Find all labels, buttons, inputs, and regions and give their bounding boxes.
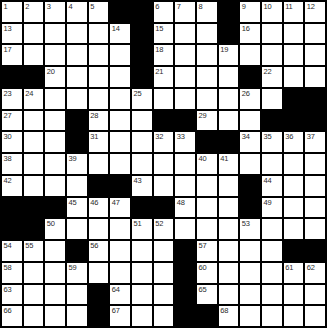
cell-r14c13[interactable] bbox=[262, 285, 282, 305]
cell-r14c6[interactable]: 64 bbox=[110, 285, 130, 305]
cell-r5c12[interactable]: 26 bbox=[240, 89, 260, 109]
clue-number: 61 bbox=[285, 263, 293, 272]
clue-number: 53 bbox=[242, 219, 250, 228]
cell-r5c7[interactable]: 25 bbox=[132, 89, 152, 109]
cell-r2c3[interactable] bbox=[45, 24, 65, 44]
clue-number: 36 bbox=[285, 132, 293, 141]
cell-r6c13 bbox=[262, 111, 282, 131]
cell-r4c6[interactable] bbox=[110, 67, 130, 87]
cell-r13c5[interactable] bbox=[89, 263, 109, 283]
cell-r1c1[interactable]: 1 bbox=[2, 2, 22, 22]
clue-number: 12 bbox=[307, 2, 315, 11]
clue-number: 18 bbox=[155, 45, 163, 54]
cell-r7c12[interactable]: 34 bbox=[240, 132, 260, 152]
cell-r2c15[interactable] bbox=[305, 24, 325, 44]
cell-r8c9[interactable] bbox=[175, 154, 195, 174]
cell-r5c5[interactable] bbox=[89, 89, 109, 109]
cell-r1c5[interactable]: 5 bbox=[89, 2, 109, 22]
cell-r9c12 bbox=[240, 176, 260, 196]
cell-r1c8[interactable]: 6 bbox=[154, 2, 174, 22]
cell-r14c7[interactable] bbox=[132, 285, 152, 305]
cell-r1c11 bbox=[219, 2, 239, 22]
cell-r9c10[interactable] bbox=[197, 176, 217, 196]
clue-number: 40 bbox=[198, 154, 206, 163]
cell-r10c6[interactable]: 47 bbox=[110, 198, 130, 218]
cell-r1c4[interactable]: 4 bbox=[67, 2, 87, 22]
cell-r15c9 bbox=[175, 306, 195, 326]
clue-number: 52 bbox=[155, 219, 163, 228]
cell-r7c9[interactable]: 33 bbox=[175, 132, 195, 152]
clue-number: 26 bbox=[242, 89, 250, 98]
cell-r1c14[interactable]: 11 bbox=[284, 2, 304, 22]
cell-r3c4[interactable] bbox=[67, 45, 87, 65]
cell-r15c14[interactable] bbox=[284, 306, 304, 326]
clue-number: 5 bbox=[90, 2, 94, 11]
clue-number: 15 bbox=[155, 24, 163, 33]
clue-number: 35 bbox=[263, 132, 271, 141]
cell-r13c6[interactable] bbox=[110, 263, 130, 283]
cell-r5c15 bbox=[305, 89, 325, 109]
cell-r12c12[interactable] bbox=[240, 241, 260, 261]
cell-r10c7 bbox=[132, 198, 152, 218]
clue-number: 27 bbox=[4, 111, 12, 120]
cell-r8c5[interactable] bbox=[89, 154, 109, 174]
cell-r2c11 bbox=[219, 24, 239, 44]
cell-r3c15[interactable] bbox=[305, 45, 325, 65]
cell-r8c7[interactable] bbox=[132, 154, 152, 174]
clue-number: 60 bbox=[198, 263, 206, 272]
clue-number: 51 bbox=[133, 219, 141, 228]
cell-r4c11[interactable] bbox=[219, 67, 239, 87]
cell-r9c4[interactable] bbox=[67, 176, 87, 196]
cell-r5c13[interactable] bbox=[262, 89, 282, 109]
clue-number: 10 bbox=[263, 2, 271, 11]
cell-r15c2[interactable] bbox=[24, 306, 44, 326]
cell-r6c15 bbox=[305, 111, 325, 131]
cell-r13c14[interactable]: 61 bbox=[284, 263, 304, 283]
cell-r6c6[interactable] bbox=[110, 111, 130, 131]
cell-r9c1[interactable]: 42 bbox=[2, 176, 22, 196]
cell-r15c12[interactable] bbox=[240, 306, 260, 326]
clue-number: 41 bbox=[220, 154, 228, 163]
cell-r11c9[interactable] bbox=[175, 219, 195, 239]
cell-r6c3[interactable] bbox=[45, 111, 65, 131]
clue-number: 3 bbox=[47, 2, 51, 11]
clue-number: 2 bbox=[25, 2, 29, 11]
cell-r11c8[interactable]: 52 bbox=[154, 219, 174, 239]
cell-r7c15[interactable]: 37 bbox=[305, 132, 325, 152]
clue-number: 11 bbox=[285, 2, 292, 11]
cell-r2c14[interactable] bbox=[284, 24, 304, 44]
cell-r5c4[interactable] bbox=[67, 89, 87, 109]
cell-r11c12[interactable]: 53 bbox=[240, 219, 260, 239]
cell-r2c10[interactable] bbox=[197, 24, 217, 44]
cell-r13c7[interactable] bbox=[132, 263, 152, 283]
clue-number: 8 bbox=[198, 2, 202, 11]
cell-r9c3[interactable] bbox=[45, 176, 65, 196]
cell-r3c9[interactable] bbox=[175, 45, 195, 65]
clue-number: 43 bbox=[133, 176, 141, 185]
cell-r13c8[interactable] bbox=[154, 263, 174, 283]
cell-r3c1[interactable]: 17 bbox=[2, 45, 22, 65]
clue-number: 32 bbox=[155, 132, 163, 141]
cell-r12c13[interactable] bbox=[262, 241, 282, 261]
cell-r6c9 bbox=[175, 111, 195, 131]
cell-r4c10[interactable] bbox=[197, 67, 217, 87]
cell-r1c13[interactable]: 10 bbox=[262, 2, 282, 22]
cell-r7c7[interactable] bbox=[132, 132, 152, 152]
clue-number: 50 bbox=[47, 219, 55, 228]
clue-number: 31 bbox=[90, 132, 98, 141]
cell-r15c13[interactable] bbox=[262, 306, 282, 326]
cell-r2c12[interactable]: 16 bbox=[240, 24, 260, 44]
cell-r2c1[interactable]: 13 bbox=[2, 24, 22, 44]
cell-r1c3[interactable]: 3 bbox=[45, 2, 65, 22]
cell-r8c2[interactable] bbox=[24, 154, 44, 174]
cell-r6c5[interactable]: 28 bbox=[89, 111, 109, 131]
cell-r12c3[interactable] bbox=[45, 241, 65, 261]
cell-r11c13[interactable] bbox=[262, 219, 282, 239]
clue-number: 20 bbox=[47, 67, 55, 76]
clue-number: 58 bbox=[4, 263, 12, 272]
cell-r8c4[interactable]: 39 bbox=[67, 154, 87, 174]
cell-r4c1 bbox=[2, 67, 22, 87]
cell-r3c14[interactable] bbox=[284, 45, 304, 65]
cell-r15c1[interactable]: 66 bbox=[2, 306, 22, 326]
clue-number: 48 bbox=[177, 198, 185, 207]
cell-r10c12 bbox=[240, 198, 260, 218]
cell-r1c6 bbox=[110, 2, 130, 22]
cell-r4c4[interactable] bbox=[67, 67, 87, 87]
clue-number: 62 bbox=[307, 263, 315, 272]
cell-r12c8[interactable] bbox=[154, 241, 174, 261]
clue-number: 25 bbox=[133, 89, 141, 98]
cell-r8c15[interactable] bbox=[305, 154, 325, 174]
cell-r2c4[interactable] bbox=[67, 24, 87, 44]
cell-r11c2 bbox=[24, 219, 44, 239]
cell-r10c1 bbox=[2, 198, 22, 218]
cell-r5c11[interactable] bbox=[219, 89, 239, 109]
cell-r9c7[interactable]: 43 bbox=[132, 176, 152, 196]
cell-r7c2[interactable] bbox=[24, 132, 44, 152]
clue-number: 13 bbox=[4, 24, 12, 33]
cell-r9c13[interactable]: 44 bbox=[262, 176, 282, 196]
cell-r4c7 bbox=[132, 67, 152, 87]
cell-r2c13[interactable] bbox=[262, 24, 282, 44]
cell-r8c12[interactable] bbox=[240, 154, 260, 174]
clue-number: 28 bbox=[90, 111, 98, 120]
cell-r12c1[interactable]: 54 bbox=[2, 241, 22, 261]
cell-r12c2[interactable]: 55 bbox=[24, 241, 44, 261]
cell-r14c9 bbox=[175, 285, 195, 305]
cell-r15c7[interactable] bbox=[132, 306, 152, 326]
cell-r4c8[interactable]: 21 bbox=[154, 67, 174, 87]
cell-r4c12 bbox=[240, 67, 260, 87]
clue-number: 45 bbox=[68, 198, 76, 207]
clue-number: 42 bbox=[4, 176, 12, 185]
cell-r3c13[interactable] bbox=[262, 45, 282, 65]
cell-r7c3[interactable] bbox=[45, 132, 65, 152]
cell-r1c15[interactable]: 12 bbox=[305, 2, 325, 22]
cell-r2c7 bbox=[132, 24, 152, 44]
cell-r2c5[interactable] bbox=[89, 24, 109, 44]
cell-r10c4[interactable]: 45 bbox=[67, 198, 87, 218]
cell-r15c10 bbox=[197, 306, 217, 326]
cell-r14c12[interactable] bbox=[240, 285, 260, 305]
cell-r5c8[interactable] bbox=[154, 89, 174, 109]
cell-r1c7 bbox=[132, 2, 152, 22]
cell-r7c14[interactable]: 36 bbox=[284, 132, 304, 152]
cell-r5c6[interactable] bbox=[110, 89, 130, 109]
cell-r13c4[interactable]: 59 bbox=[67, 263, 87, 283]
clue-number: 39 bbox=[68, 154, 76, 163]
cell-r11c7[interactable]: 51 bbox=[132, 219, 152, 239]
cell-r7c8[interactable]: 32 bbox=[154, 132, 174, 152]
cell-r8c1[interactable]: 38 bbox=[2, 154, 22, 174]
clue-number: 65 bbox=[198, 285, 206, 294]
clue-number: 47 bbox=[112, 198, 120, 207]
clue-number: 57 bbox=[198, 241, 206, 250]
cell-r9c14[interactable] bbox=[284, 176, 304, 196]
cell-r14c4[interactable] bbox=[67, 285, 87, 305]
cell-r11c14[interactable] bbox=[284, 219, 304, 239]
cell-r13c11[interactable] bbox=[219, 263, 239, 283]
clue-number: 56 bbox=[90, 241, 98, 250]
cell-r5c14 bbox=[284, 89, 304, 109]
cell-r3c8[interactable]: 18 bbox=[154, 45, 174, 65]
cell-r7c1[interactable]: 30 bbox=[2, 132, 22, 152]
clue-number: 33 bbox=[177, 132, 185, 141]
cell-r3c10[interactable] bbox=[197, 45, 217, 65]
clue-number: 21 bbox=[155, 67, 163, 76]
cell-r9c11[interactable] bbox=[219, 176, 239, 196]
cell-r5c10[interactable] bbox=[197, 89, 217, 109]
clue-number: 6 bbox=[155, 2, 159, 11]
cell-r11c3[interactable]: 50 bbox=[45, 219, 65, 239]
clue-number: 59 bbox=[68, 263, 76, 272]
cell-r6c7[interactable] bbox=[132, 111, 152, 131]
cell-r5c2[interactable]: 24 bbox=[24, 89, 44, 109]
cell-r8c3[interactable] bbox=[45, 154, 65, 174]
cell-r13c13[interactable] bbox=[262, 263, 282, 283]
cell-r13c12[interactable] bbox=[240, 263, 260, 283]
cell-r1c12[interactable]: 9 bbox=[240, 2, 260, 22]
clue-number: 16 bbox=[242, 24, 250, 33]
clue-number: 46 bbox=[90, 198, 98, 207]
cell-r11c4[interactable] bbox=[67, 219, 87, 239]
clue-number: 9 bbox=[242, 2, 246, 11]
cell-r8c13[interactable] bbox=[262, 154, 282, 174]
cell-r12c11[interactable] bbox=[219, 241, 239, 261]
cell-r8c10[interactable]: 40 bbox=[197, 154, 217, 174]
cell-r15c8[interactable] bbox=[154, 306, 174, 326]
cell-r9c9[interactable] bbox=[175, 176, 195, 196]
cell-r14c3[interactable] bbox=[45, 285, 65, 305]
cell-r12c10[interactable]: 57 bbox=[197, 241, 217, 261]
clue-number: 34 bbox=[242, 132, 250, 141]
cell-r13c1[interactable]: 58 bbox=[2, 263, 22, 283]
cell-r4c15[interactable] bbox=[305, 67, 325, 87]
cell-r9c15[interactable] bbox=[305, 176, 325, 196]
cell-r14c14[interactable] bbox=[284, 285, 304, 305]
cell-r7c13[interactable]: 35 bbox=[262, 132, 282, 152]
clue-number: 22 bbox=[263, 67, 271, 76]
cell-r11c5[interactable] bbox=[89, 219, 109, 239]
cell-r4c9[interactable] bbox=[175, 67, 195, 87]
cell-r9c6 bbox=[110, 176, 130, 196]
clue-number: 19 bbox=[220, 45, 228, 54]
clue-number: 29 bbox=[198, 111, 206, 120]
cell-r2c9[interactable] bbox=[175, 24, 195, 44]
cell-r6c4 bbox=[67, 111, 87, 131]
cell-r8c14[interactable] bbox=[284, 154, 304, 174]
cell-r4c5[interactable] bbox=[89, 67, 109, 87]
cell-r12c9 bbox=[175, 241, 195, 261]
cell-r12c6[interactable] bbox=[110, 241, 130, 261]
cell-r1c10[interactable]: 8 bbox=[197, 2, 217, 22]
cell-r10c15[interactable] bbox=[305, 198, 325, 218]
cell-r15c5 bbox=[89, 306, 109, 326]
cell-r3c6[interactable] bbox=[110, 45, 130, 65]
cell-r14c1[interactable]: 63 bbox=[2, 285, 22, 305]
clue-number: 37 bbox=[307, 132, 315, 141]
cell-r6c11[interactable] bbox=[219, 111, 239, 131]
cell-r14c5 bbox=[89, 285, 109, 305]
cell-r2c2[interactable] bbox=[24, 24, 44, 44]
cell-r12c15 bbox=[305, 241, 325, 261]
clue-number: 49 bbox=[263, 198, 271, 207]
cell-r8c6[interactable] bbox=[110, 154, 130, 174]
clue-number: 38 bbox=[4, 154, 12, 163]
cell-r6c10[interactable]: 29 bbox=[197, 111, 217, 131]
cell-r7c10 bbox=[197, 132, 217, 152]
cell-r8c8[interactable] bbox=[154, 154, 174, 174]
cell-r5c1[interactable]: 23 bbox=[2, 89, 22, 109]
cell-r7c4 bbox=[67, 132, 87, 152]
cell-r3c7 bbox=[132, 45, 152, 65]
cell-r2c8[interactable]: 15 bbox=[154, 24, 174, 44]
cell-r12c7[interactable] bbox=[132, 241, 152, 261]
cell-r4c3[interactable]: 20 bbox=[45, 67, 65, 87]
cell-r1c2[interactable]: 2 bbox=[24, 2, 44, 22]
cell-r14c8[interactable] bbox=[154, 285, 174, 305]
cell-r15c6[interactable]: 67 bbox=[110, 306, 130, 326]
cell-r10c11[interactable] bbox=[219, 198, 239, 218]
cell-r10c2 bbox=[24, 198, 44, 218]
cell-r6c1[interactable]: 27 bbox=[2, 111, 22, 131]
clue-number: 1 bbox=[4, 2, 8, 11]
cell-r10c9[interactable]: 48 bbox=[175, 198, 195, 218]
crossword-grid: 1234567891011121314151617181920212223242… bbox=[0, 0, 327, 328]
cell-r14c2[interactable] bbox=[24, 285, 44, 305]
cell-r2c6[interactable]: 14 bbox=[110, 24, 130, 44]
cell-r11c11[interactable] bbox=[219, 219, 239, 239]
cell-r6c2[interactable] bbox=[24, 111, 44, 131]
cell-r11c15[interactable] bbox=[305, 219, 325, 239]
cell-r3c5[interactable] bbox=[89, 45, 109, 65]
clue-number: 44 bbox=[263, 176, 271, 185]
clue-number: 7 bbox=[177, 2, 181, 11]
cell-r7c11 bbox=[219, 132, 239, 152]
cell-r9c8[interactable] bbox=[154, 176, 174, 196]
cell-r15c3[interactable] bbox=[45, 306, 65, 326]
cell-r15c4[interactable] bbox=[67, 306, 87, 326]
clue-number: 17 bbox=[4, 45, 12, 54]
cell-r4c14[interactable] bbox=[284, 67, 304, 87]
clue-number: 64 bbox=[112, 285, 120, 294]
cell-r11c6[interactable] bbox=[110, 219, 130, 239]
cell-r9c2[interactable] bbox=[24, 176, 44, 196]
cell-r4c2 bbox=[24, 67, 44, 87]
clue-number: 23 bbox=[4, 89, 12, 98]
cell-r6c8 bbox=[154, 111, 174, 131]
clue-number: 66 bbox=[4, 306, 12, 315]
cell-r13c15[interactable]: 62 bbox=[305, 263, 325, 283]
cell-r12c14 bbox=[284, 241, 304, 261]
clue-number: 68 bbox=[220, 306, 228, 315]
cell-r3c3[interactable] bbox=[45, 45, 65, 65]
cell-r10c8 bbox=[154, 198, 174, 218]
cell-r15c11[interactable]: 68 bbox=[219, 306, 239, 326]
clue-number: 30 bbox=[4, 132, 12, 141]
cell-r3c12[interactable] bbox=[240, 45, 260, 65]
clue-number: 55 bbox=[25, 241, 33, 250]
cell-r5c9[interactable] bbox=[175, 89, 195, 109]
cell-r3c2[interactable] bbox=[24, 45, 44, 65]
cell-r10c13[interactable]: 49 bbox=[262, 198, 282, 218]
cell-r12c5[interactable]: 56 bbox=[89, 241, 109, 261]
clue-number: 54 bbox=[4, 241, 12, 250]
cell-r12c4 bbox=[67, 241, 87, 261]
cell-r14c15[interactable] bbox=[305, 285, 325, 305]
cell-r14c11[interactable] bbox=[219, 285, 239, 305]
cell-r11c1 bbox=[2, 219, 22, 239]
cell-r7c5[interactable]: 31 bbox=[89, 132, 109, 152]
cell-r6c14 bbox=[284, 111, 304, 131]
cell-r6c12[interactable] bbox=[240, 111, 260, 131]
cell-r10c3 bbox=[45, 198, 65, 218]
clue-number: 14 bbox=[112, 24, 120, 33]
cell-r13c10[interactable]: 60 bbox=[197, 263, 217, 283]
cell-r13c2[interactable] bbox=[24, 263, 44, 283]
cell-r9c5 bbox=[89, 176, 109, 196]
cell-r4c13[interactable]: 22 bbox=[262, 67, 282, 87]
cell-r3c11[interactable]: 19 bbox=[219, 45, 239, 65]
clue-number: 63 bbox=[4, 285, 12, 294]
cell-r10c14[interactable] bbox=[284, 198, 304, 218]
cell-r1c9[interactable]: 7 bbox=[175, 2, 195, 22]
clue-number: 4 bbox=[68, 2, 72, 11]
cell-r7c6[interactable] bbox=[110, 132, 130, 152]
cell-r13c9 bbox=[175, 263, 195, 283]
cell-r15c15[interactable] bbox=[305, 306, 325, 326]
clue-number: 67 bbox=[112, 306, 120, 315]
cell-r5c3[interactable] bbox=[45, 89, 65, 109]
cell-r11c10[interactable] bbox=[197, 219, 217, 239]
cell-r14c10[interactable]: 65 bbox=[197, 285, 217, 305]
cell-r10c5[interactable]: 46 bbox=[89, 198, 109, 218]
clue-number: 24 bbox=[25, 89, 33, 98]
cell-r8c11[interactable]: 41 bbox=[219, 154, 239, 174]
cell-r13c3[interactable] bbox=[45, 263, 65, 283]
cell-r10c10[interactable] bbox=[197, 198, 217, 218]
